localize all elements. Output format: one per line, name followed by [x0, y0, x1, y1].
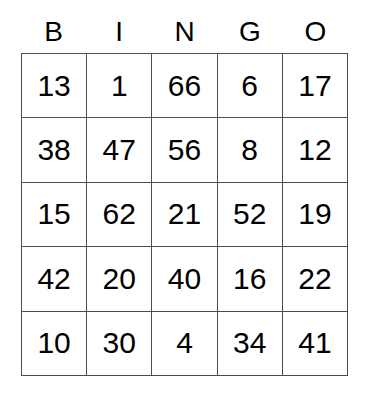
bingo-cell[interactable]: 42 [22, 247, 86, 310]
bingo-cell[interactable]: 34 [218, 312, 282, 375]
bingo-cell[interactable]: 47 [87, 118, 151, 181]
bingo-cell[interactable]: 4 [152, 312, 216, 375]
bingo-cell[interactable]: 15 [22, 183, 86, 246]
bingo-card: B I N G O 13 1 66 6 17 38 47 56 8 12 15 … [21, 0, 348, 376]
bingo-cell[interactable]: 6 [218, 54, 282, 117]
bingo-cell[interactable]: 30 [87, 312, 151, 375]
bingo-cell[interactable]: 8 [218, 118, 282, 181]
bingo-cell[interactable]: 52 [218, 183, 282, 246]
bingo-cell[interactable]: 41 [283, 312, 347, 375]
column-header-i: I [86, 18, 151, 53]
bingo-card-page: B I N G O 13 1 66 6 17 38 47 56 8 12 15 … [0, 0, 368, 400]
bingo-cell[interactable]: 22 [283, 247, 347, 310]
bingo-cell[interactable]: 38 [22, 118, 86, 181]
column-header-b: B [21, 18, 86, 53]
bingo-cell[interactable]: 13 [22, 54, 86, 117]
column-header-g: G [217, 18, 282, 53]
bingo-cell[interactable]: 40 [152, 247, 216, 310]
bingo-cell[interactable]: 19 [283, 183, 347, 246]
bingo-cell[interactable]: 16 [218, 247, 282, 310]
bingo-cell[interactable]: 12 [283, 118, 347, 181]
bingo-cell[interactable]: 21 [152, 183, 216, 246]
bingo-grid: 13 1 66 6 17 38 47 56 8 12 15 62 21 52 1… [21, 53, 348, 376]
column-header-n: N [152, 18, 217, 53]
bingo-cell[interactable]: 1 [87, 54, 151, 117]
bingo-cell[interactable]: 10 [22, 312, 86, 375]
column-header-o: O [283, 18, 348, 53]
bingo-cell[interactable]: 17 [283, 54, 347, 117]
bingo-cell[interactable]: 20 [87, 247, 151, 310]
bingo-cell[interactable]: 56 [152, 118, 216, 181]
bingo-header: B I N G O [21, 0, 348, 53]
bingo-cell[interactable]: 62 [87, 183, 151, 246]
bingo-cell[interactable]: 66 [152, 54, 216, 117]
